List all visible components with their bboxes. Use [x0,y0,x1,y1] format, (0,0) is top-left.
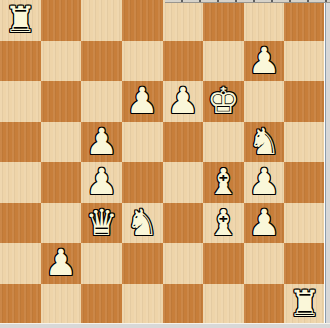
piece-white-bishop[interactable]: ♝ [207,203,239,243]
square-d7[interactable] [122,41,163,82]
piece-white-pawn[interactable]: ♟ [248,162,280,202]
square-c7[interactable] [81,41,122,82]
square-c6[interactable] [81,81,122,122]
square-f8[interactable] [203,0,244,41]
square-g5[interactable]: ♞ [244,122,285,163]
piece-white-queen[interactable]: ♛ [85,203,117,243]
square-d6[interactable]: ♟ [122,81,163,122]
square-b6[interactable] [41,81,82,122]
square-h4[interactable] [284,162,325,203]
square-a4[interactable] [0,162,41,203]
square-b2[interactable]: ♟ [41,243,82,284]
piece-white-pawn[interactable]: ♟ [85,162,117,202]
piece-white-pawn[interactable]: ♟ [167,81,199,121]
square-c1[interactable] [81,284,122,325]
square-g4[interactable]: ♟ [244,162,285,203]
square-e4[interactable] [163,162,204,203]
square-f5[interactable] [203,122,244,163]
square-b8[interactable] [41,0,82,41]
square-b1[interactable] [41,284,82,325]
square-e2[interactable] [163,243,204,284]
square-e1[interactable] [163,284,204,325]
window-border-right [324,0,330,328]
square-g2[interactable] [244,243,285,284]
chess-app-window: ♜♟♟♟♚♟♞♟♝♟♛♞♝♟♟♜ [0,0,330,328]
square-h6[interactable] [284,81,325,122]
square-h1[interactable]: ♜ [284,284,325,325]
square-g6[interactable] [244,81,285,122]
square-e5[interactable] [163,122,204,163]
square-d1[interactable] [122,284,163,325]
square-g7[interactable]: ♟ [244,41,285,82]
square-e3[interactable] [163,203,204,244]
piece-white-knight[interactable]: ♞ [126,203,158,243]
square-h3[interactable] [284,203,325,244]
square-g8[interactable] [244,0,285,41]
square-a7[interactable] [0,41,41,82]
piece-white-rook[interactable]: ♜ [4,0,36,40]
square-e8[interactable] [163,0,204,41]
square-c2[interactable] [81,243,122,284]
square-a5[interactable] [0,122,41,163]
square-b4[interactable] [41,162,82,203]
square-h7[interactable] [284,41,325,82]
square-c8[interactable] [81,0,122,41]
square-d5[interactable] [122,122,163,163]
square-f7[interactable] [203,41,244,82]
square-b5[interactable] [41,122,82,163]
square-e7[interactable] [163,41,204,82]
piece-white-pawn[interactable]: ♟ [248,203,280,243]
square-c3[interactable]: ♛ [81,203,122,244]
piece-white-pawn[interactable]: ♟ [85,122,117,162]
piece-white-king[interactable]: ♚ [207,81,239,121]
square-g3[interactable]: ♟ [244,203,285,244]
square-h8[interactable] [284,0,325,41]
piece-white-pawn[interactable]: ♟ [126,81,158,121]
square-a1[interactable] [0,284,41,325]
square-b3[interactable] [41,203,82,244]
square-f1[interactable] [203,284,244,325]
square-f6[interactable]: ♚ [203,81,244,122]
square-a6[interactable] [0,81,41,122]
piece-white-rook[interactable]: ♜ [289,284,321,324]
piece-white-pawn[interactable]: ♟ [45,243,77,283]
square-c4[interactable]: ♟ [81,162,122,203]
square-a3[interactable] [0,203,41,244]
square-a8[interactable]: ♜ [0,0,41,41]
square-g1[interactable] [244,284,285,325]
toolbar-edge-sliver [165,0,330,3]
window-border-bottom [0,323,330,328]
square-d2[interactable] [122,243,163,284]
square-b7[interactable] [41,41,82,82]
piece-white-knight[interactable]: ♞ [248,122,280,162]
square-d4[interactable] [122,162,163,203]
square-a2[interactable] [0,243,41,284]
chess-board: ♜♟♟♟♚♟♞♟♝♟♛♞♝♟♟♜ [0,0,325,324]
square-e6[interactable]: ♟ [163,81,204,122]
square-d3[interactable]: ♞ [122,203,163,244]
piece-white-bishop[interactable]: ♝ [207,162,239,202]
piece-white-pawn[interactable]: ♟ [248,41,280,81]
square-c5[interactable]: ♟ [81,122,122,163]
square-f2[interactable] [203,243,244,284]
square-h5[interactable] [284,122,325,163]
square-h2[interactable] [284,243,325,284]
square-d8[interactable] [122,0,163,41]
square-f3[interactable]: ♝ [203,203,244,244]
square-f4[interactable]: ♝ [203,162,244,203]
